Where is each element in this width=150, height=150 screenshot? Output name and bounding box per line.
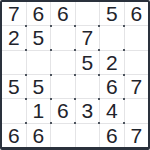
cell-r6c3[interactable] (51, 124, 75, 147)
cell-r2c5[interactable] (100, 26, 124, 49)
cell-r3c5[interactable]: 2 (100, 51, 124, 74)
cell-r1c6[interactable]: 6 (125, 2, 149, 25)
cell-r5c4[interactable]: 3 (76, 99, 100, 122)
sudoku-grid: 7665625752556716346667 (2, 2, 148, 147)
cell-r2c1[interactable]: 2 (2, 26, 26, 49)
cell-r2c3[interactable] (51, 26, 75, 49)
cell-r3c2[interactable] (27, 51, 51, 74)
cell-r6c5[interactable]: 6 (100, 124, 124, 147)
cell-r5c2[interactable]: 1 (27, 99, 51, 122)
cell-r4c4[interactable] (76, 75, 100, 98)
sudoku-board: 7665625752556716346667 (0, 0, 150, 150)
cell-r3c3[interactable] (51, 51, 75, 74)
cell-r3c4[interactable]: 5 (76, 51, 100, 74)
cell-r1c1[interactable]: 7 (2, 2, 26, 25)
cell-r2c6[interactable] (125, 26, 149, 49)
cell-r4c6[interactable]: 7 (125, 75, 149, 98)
cell-r6c1[interactable]: 6 (2, 124, 26, 147)
cell-r4c5[interactable]: 6 (100, 75, 124, 98)
cell-r1c4[interactable] (76, 2, 100, 25)
cell-r5c5[interactable]: 4 (100, 99, 124, 122)
cell-r6c2[interactable]: 6 (27, 124, 51, 147)
cell-r3c6[interactable] (125, 51, 149, 74)
cell-r5c1[interactable] (2, 99, 26, 122)
cell-r1c2[interactable]: 6 (27, 2, 51, 25)
cell-r1c3[interactable]: 6 (51, 2, 75, 25)
cell-r1c5[interactable]: 5 (100, 2, 124, 25)
cell-r5c6[interactable] (125, 99, 149, 122)
cell-r4c2[interactable]: 5 (27, 75, 51, 98)
cell-r3c1[interactable] (2, 51, 26, 74)
cell-r4c3[interactable] (51, 75, 75, 98)
cell-r4c1[interactable]: 5 (2, 75, 26, 98)
cell-r6c6[interactable]: 7 (125, 124, 149, 147)
cell-r5c3[interactable]: 6 (51, 99, 75, 122)
cell-r2c2[interactable]: 5 (27, 26, 51, 49)
cell-r2c4[interactable]: 7 (76, 26, 100, 49)
cell-r6c4[interactable] (76, 124, 100, 147)
